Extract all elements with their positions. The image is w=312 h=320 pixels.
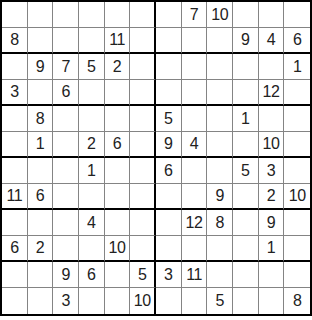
grid-cell[interactable] <box>259 262 285 288</box>
grid-cell[interactable] <box>207 158 233 184</box>
grid-cell-given[interactable]: 11 <box>2 184 28 210</box>
grid-cell[interactable] <box>53 184 79 210</box>
grid-cell[interactable] <box>284 106 310 132</box>
grid-cell[interactable] <box>28 210 54 236</box>
grid-cell[interactable] <box>28 262 54 288</box>
grid-cell[interactable] <box>182 288 208 314</box>
grid-cell[interactable] <box>2 158 28 184</box>
grid-cell[interactable] <box>105 2 131 28</box>
grid-cell-given[interactable]: 8 <box>2 28 28 54</box>
grid-cell-given[interactable]: 6 <box>2 236 28 262</box>
grid-cell[interactable] <box>28 80 54 106</box>
grid-cell[interactable] <box>259 106 285 132</box>
grid-cell-given[interactable]: 1 <box>79 158 105 184</box>
grid-cell[interactable] <box>130 158 156 184</box>
grid-cell[interactable] <box>156 2 182 28</box>
grid-cell[interactable] <box>156 54 182 80</box>
grid-cell[interactable] <box>233 210 259 236</box>
grid-cell[interactable] <box>182 28 208 54</box>
grid-cell-given[interactable]: 4 <box>182 132 208 158</box>
grid-cell-given[interactable]: 2 <box>105 54 131 80</box>
grid-cell[interactable] <box>53 2 79 28</box>
grid-cell[interactable] <box>182 158 208 184</box>
grid-cell-given[interactable]: 11 <box>182 262 208 288</box>
grid-cell[interactable] <box>284 132 310 158</box>
grid-cell[interactable] <box>182 54 208 80</box>
grid-cell-given[interactable]: 5 <box>207 288 233 314</box>
grid-cell-given[interactable]: 6 <box>53 80 79 106</box>
grid-cell[interactable] <box>53 132 79 158</box>
grid-cell-given[interactable]: 6 <box>105 132 131 158</box>
grid-cell[interactable] <box>28 158 54 184</box>
grid-cell-given[interactable]: 9 <box>156 132 182 158</box>
grid-cell[interactable] <box>105 288 131 314</box>
grid-cell-given[interactable]: 1 <box>233 106 259 132</box>
grid-cell[interactable] <box>105 262 131 288</box>
grid-cell-given[interactable]: 3 <box>259 158 285 184</box>
grid-cell[interactable] <box>79 106 105 132</box>
grid-cell-given[interactable]: 9 <box>28 54 54 80</box>
grid-cell[interactable] <box>130 132 156 158</box>
grid-cell[interactable] <box>2 132 28 158</box>
grid-cell-given[interactable]: 9 <box>259 210 285 236</box>
grid-cell[interactable] <box>233 262 259 288</box>
grid-cell-given[interactable]: 10 <box>130 288 156 314</box>
grid-cell[interactable] <box>28 288 54 314</box>
sudoku-board: 7108119469752136128511269410165311692104… <box>0 0 312 316</box>
grid-cell-given[interactable]: 3 <box>53 288 79 314</box>
grid-cell[interactable] <box>182 184 208 210</box>
grid-cell[interactable] <box>233 132 259 158</box>
grid-cell-given[interactable]: 7 <box>53 54 79 80</box>
grid-cell[interactable] <box>156 210 182 236</box>
grid-cell-given[interactable]: 9 <box>233 28 259 54</box>
grid-cell-given[interactable]: 4 <box>259 28 285 54</box>
grid-cell-given[interactable]: 6 <box>284 28 310 54</box>
grid-cell[interactable] <box>53 106 79 132</box>
grid-cell[interactable] <box>2 262 28 288</box>
grid-cell[interactable] <box>105 106 131 132</box>
grid-cell[interactable] <box>79 184 105 210</box>
grid-cell[interactable] <box>284 236 310 262</box>
grid-cell-given[interactable]: 1 <box>284 54 310 80</box>
grid-cell[interactable] <box>2 106 28 132</box>
grid-cell[interactable] <box>284 80 310 106</box>
grid-cell[interactable] <box>233 184 259 210</box>
grid-cell-given[interactable]: 9 <box>53 262 79 288</box>
grid-cell[interactable] <box>53 158 79 184</box>
grid-cell[interactable] <box>156 80 182 106</box>
grid-cell[interactable] <box>207 132 233 158</box>
grid-cell-given[interactable]: 8 <box>28 106 54 132</box>
grid-cell[interactable] <box>53 236 79 262</box>
grid-cell[interactable] <box>284 2 310 28</box>
grid-cell-given[interactable]: 10 <box>105 236 131 262</box>
grid-cell-given[interactable]: 4 <box>79 210 105 236</box>
grid-cell[interactable] <box>79 28 105 54</box>
grid-cell[interactable] <box>130 106 156 132</box>
grid-cell-given[interactable]: 3 <box>2 80 28 106</box>
grid-cell[interactable] <box>284 210 310 236</box>
grid-cell-given[interactable]: 5 <box>233 158 259 184</box>
grid-cell[interactable] <box>130 54 156 80</box>
grid-cell[interactable] <box>130 184 156 210</box>
grid-cell[interactable] <box>105 158 131 184</box>
grid-cell[interactable] <box>259 288 285 314</box>
grid-cell[interactable] <box>156 28 182 54</box>
grid-cell-given[interactable]: 6 <box>28 184 54 210</box>
grid-cell[interactable] <box>233 236 259 262</box>
grid-cell-given[interactable]: 5 <box>130 262 156 288</box>
grid-cell[interactable] <box>79 2 105 28</box>
grid-cell[interactable] <box>182 80 208 106</box>
grid-cell-given[interactable]: 8 <box>207 210 233 236</box>
grid-cell[interactable] <box>182 106 208 132</box>
grid-cell[interactable] <box>2 288 28 314</box>
grid-cell-given[interactable]: 9 <box>207 184 233 210</box>
grid-cell[interactable] <box>182 236 208 262</box>
grid-cell[interactable] <box>207 106 233 132</box>
grid-cell-given[interactable]: 6 <box>156 158 182 184</box>
grid-cell[interactable] <box>207 262 233 288</box>
grid-cell[interactable] <box>207 54 233 80</box>
grid-cell-given[interactable]: 1 <box>259 236 285 262</box>
grid-cell[interactable] <box>79 236 105 262</box>
grid-cell[interactable] <box>53 28 79 54</box>
grid-cell[interactable] <box>233 54 259 80</box>
grid-cell-given[interactable]: 10 <box>207 2 233 28</box>
grid-cell[interactable] <box>130 2 156 28</box>
grid-cell[interactable] <box>207 28 233 54</box>
grid-cell[interactable] <box>105 80 131 106</box>
grid-cell[interactable] <box>130 80 156 106</box>
grid-cell[interactable] <box>207 236 233 262</box>
grid-cell[interactable] <box>130 210 156 236</box>
grid-cell[interactable] <box>156 288 182 314</box>
grid-cell[interactable] <box>79 288 105 314</box>
grid-cell[interactable] <box>259 2 285 28</box>
grid-cell[interactable] <box>79 80 105 106</box>
grid-cell[interactable] <box>207 80 233 106</box>
grid-cell-given[interactable]: 1 <box>28 132 54 158</box>
grid-cell-given[interactable]: 8 <box>284 288 310 314</box>
grid-cell[interactable] <box>105 184 131 210</box>
grid-cell[interactable] <box>233 288 259 314</box>
grid-cell-given[interactable]: 12 <box>259 80 285 106</box>
grid-cell-given[interactable]: 3 <box>156 262 182 288</box>
grid-cell-given[interactable]: 12 <box>182 210 208 236</box>
grid-cell[interactable] <box>2 2 28 28</box>
grid-cell-given[interactable]: 2 <box>28 236 54 262</box>
grid-cell-given[interactable]: 5 <box>156 106 182 132</box>
grid-cell[interactable] <box>233 80 259 106</box>
grid-cell-given[interactable]: 10 <box>284 184 310 210</box>
grid-cell[interactable] <box>233 2 259 28</box>
grid-cell[interactable] <box>28 28 54 54</box>
grid-cell-given[interactable]: 6 <box>79 262 105 288</box>
grid-cell-given[interactable]: 2 <box>259 184 285 210</box>
grid-cell[interactable] <box>284 262 310 288</box>
grid-cell-given[interactable]: 2 <box>79 132 105 158</box>
grid-cell[interactable] <box>156 184 182 210</box>
grid-cell[interactable] <box>2 210 28 236</box>
grid-cell[interactable] <box>53 210 79 236</box>
grid-cell-given[interactable]: 11 <box>105 28 131 54</box>
grid-cell[interactable] <box>259 54 285 80</box>
grid-cell-given[interactable]: 10 <box>259 132 285 158</box>
grid-cell-given[interactable]: 7 <box>182 2 208 28</box>
grid-cell-given[interactable]: 5 <box>79 54 105 80</box>
grid-cell[interactable] <box>28 2 54 28</box>
grid-cell[interactable] <box>105 210 131 236</box>
grid-cell[interactable] <box>130 236 156 262</box>
grid-cell[interactable] <box>284 158 310 184</box>
grid-cell[interactable] <box>2 54 28 80</box>
grid-cell[interactable] <box>156 236 182 262</box>
grid-cell[interactable] <box>130 28 156 54</box>
